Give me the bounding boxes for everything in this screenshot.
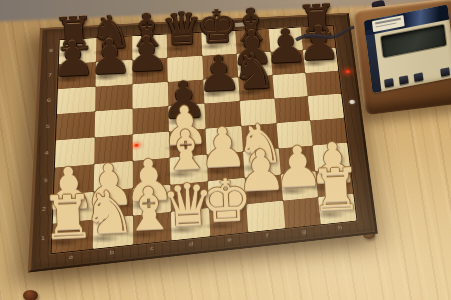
- rank-label-8: 8: [46, 48, 56, 53]
- square-c6[interactable]: [132, 82, 169, 109]
- square-g2[interactable]: [280, 171, 318, 201]
- file-label-d: d: [172, 239, 211, 249]
- file-label-h: h: [322, 223, 358, 232]
- rank-label-1: 1: [38, 235, 49, 242]
- square-a1[interactable]: [52, 220, 93, 254]
- file-label-g: g: [286, 227, 323, 237]
- chess-board: abcdefgh12345678: [28, 13, 378, 273]
- square-c5[interactable]: [132, 106, 169, 134]
- square-e8[interactable]: [201, 31, 236, 56]
- square-a2[interactable]: [53, 192, 94, 224]
- far-rail-logo: [235, 22, 248, 27]
- file-label-c: c: [132, 243, 172, 253]
- square-e6[interactable]: [203, 77, 239, 104]
- file-label-e: e: [210, 235, 248, 245]
- rail-white-dot-icon: [349, 100, 354, 104]
- clock-face: [364, 4, 451, 93]
- square-b5[interactable]: [94, 109, 132, 138]
- square-h5[interactable]: [308, 94, 344, 121]
- file-label-f: f: [248, 231, 286, 241]
- file-label-b: b: [92, 248, 133, 258]
- square-e3[interactable]: [207, 151, 245, 181]
- clock-button[interactable]: [399, 75, 409, 85]
- square-e5[interactable]: [204, 101, 241, 129]
- clock-button[interactable]: [384, 78, 394, 88]
- square-e7[interactable]: [202, 54, 238, 80]
- square-h8[interactable]: [301, 26, 336, 50]
- rank-label-4: 4: [42, 150, 52, 156]
- square-f8[interactable]: [235, 29, 270, 54]
- square-e2[interactable]: [208, 178, 246, 209]
- square-d1[interactable]: [171, 208, 210, 240]
- square-f6[interactable]: [238, 75, 274, 101]
- rank-label-7: 7: [45, 72, 55, 78]
- square-d2[interactable]: [170, 181, 209, 212]
- square-c7[interactable]: [132, 58, 168, 84]
- rank-label-5: 5: [43, 124, 53, 130]
- square-g5[interactable]: [274, 96, 310, 123]
- square-d6[interactable]: [168, 79, 204, 106]
- square-f4[interactable]: [241, 123, 278, 151]
- square-b6[interactable]: [95, 84, 132, 112]
- clock-button-row: [384, 67, 450, 88]
- square-a7[interactable]: [58, 62, 96, 89]
- square-f7[interactable]: [237, 52, 273, 77]
- rail-red-led: [346, 70, 350, 73]
- square-g1[interactable]: [283, 197, 321, 228]
- clock-case: [352, 0, 451, 115]
- chess-clock: [345, 0, 451, 120]
- square-a5[interactable]: [56, 112, 95, 141]
- square-f2[interactable]: [244, 174, 282, 204]
- square-b1[interactable]: [93, 216, 133, 249]
- square-a8[interactable]: [59, 38, 96, 64]
- square-h6[interactable]: [305, 71, 341, 97]
- square-a3[interactable]: [54, 164, 94, 195]
- square-e4[interactable]: [206, 126, 243, 155]
- square-h3[interactable]: [313, 142, 350, 171]
- square-d8[interactable]: [167, 33, 202, 58]
- square-b8[interactable]: [96, 36, 132, 62]
- square-b2[interactable]: [93, 188, 132, 220]
- square-f5[interactable]: [240, 99, 277, 126]
- square-d3[interactable]: [170, 154, 208, 184]
- square-a6[interactable]: [57, 86, 95, 114]
- square-b4[interactable]: [94, 134, 132, 164]
- square-b7[interactable]: [95, 60, 132, 87]
- square-h2[interactable]: [316, 168, 354, 198]
- clock-trim-left: [365, 29, 382, 93]
- board-grid: [51, 25, 358, 254]
- square-h1[interactable]: [318, 194, 356, 225]
- square-d5[interactable]: [169, 104, 206, 132]
- square-c1[interactable]: [132, 212, 171, 245]
- square-g7[interactable]: [270, 50, 305, 75]
- square-c4[interactable]: [132, 132, 170, 161]
- square-h7[interactable]: [303, 48, 338, 73]
- square-c8[interactable]: [132, 34, 168, 59]
- square-b3[interactable]: [94, 161, 133, 192]
- rank-label-3: 3: [40, 178, 50, 184]
- square-d7[interactable]: [167, 56, 203, 82]
- square-f3[interactable]: [243, 148, 281, 177]
- table-latch-knob: [23, 290, 38, 300]
- square-f1[interactable]: [246, 201, 285, 232]
- square-g8[interactable]: [268, 27, 303, 51]
- scene-photo: abcdefgh12345678 ♜♞♝♛♚♝♜♟♟♟♟♟♟♟♞♟♟♝♟♞♟♟♟…: [0, 0, 451, 300]
- square-c3[interactable]: [132, 158, 170, 188]
- rank-label-2: 2: [39, 206, 49, 213]
- square-c2[interactable]: [132, 184, 171, 215]
- square-a4[interactable]: [55, 137, 95, 167]
- square-e1[interactable]: [209, 204, 248, 236]
- rank-label-6: 6: [44, 98, 54, 104]
- file-label-a: a: [50, 252, 91, 263]
- square-h4[interactable]: [310, 118, 347, 146]
- clock-button[interactable]: [440, 67, 450, 77]
- square-g6[interactable]: [272, 73, 308, 99]
- clock-button[interactable]: [414, 72, 424, 82]
- square-d4[interactable]: [169, 129, 206, 158]
- square-g4[interactable]: [276, 120, 313, 148]
- square-g3[interactable]: [278, 145, 315, 174]
